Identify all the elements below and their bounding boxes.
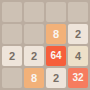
- empty-cell: [2, 2, 22, 22]
- tile-2: 2: [68, 24, 88, 44]
- tile-4: 4: [68, 46, 88, 66]
- tile-8: 8: [46, 24, 66, 44]
- empty-cell: [24, 24, 44, 44]
- tile-64: 64: [46, 46, 66, 66]
- tile-32: 32: [68, 68, 88, 88]
- tile-8: 8: [24, 68, 44, 88]
- empty-cell: [2, 24, 22, 44]
- empty-cell: [68, 2, 88, 22]
- tile-2: 2: [2, 46, 22, 66]
- tile-2: 2: [24, 46, 44, 66]
- empty-cell: [24, 2, 44, 22]
- tile-2: 2: [46, 68, 66, 88]
- empty-cell: [2, 68, 22, 88]
- empty-cell: [46, 2, 66, 22]
- 2048-board[interactable]: 82226448232: [0, 0, 90, 90]
